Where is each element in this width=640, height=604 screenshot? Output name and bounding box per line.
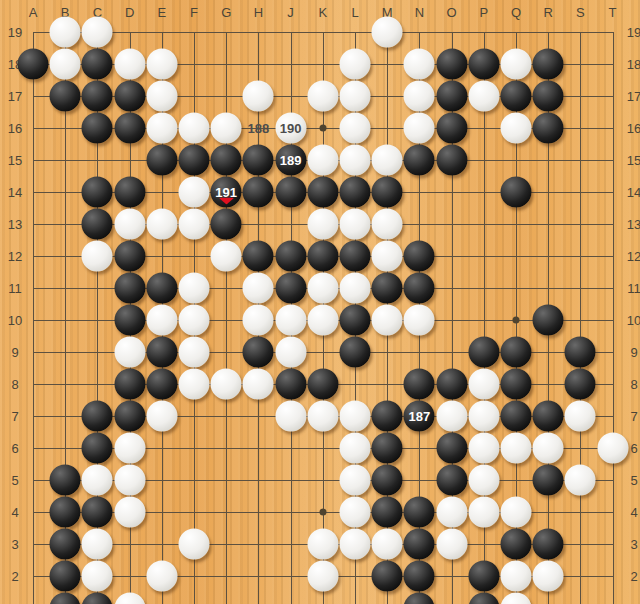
black-stone-E8[interactable] xyxy=(146,369,177,400)
black-stone-M5[interactable] xyxy=(372,465,403,496)
black-stone-Q7[interactable] xyxy=(501,401,532,432)
white-stone-N18[interactable] xyxy=(404,49,435,80)
black-stone-P9[interactable] xyxy=(468,337,499,368)
column-label: T xyxy=(609,6,617,19)
white-stone-H17[interactable] xyxy=(243,81,274,112)
white-stone-D13[interactable] xyxy=(114,209,145,240)
column-label: R xyxy=(543,6,552,19)
column-label: K xyxy=(318,6,327,19)
row-label-left: 8 xyxy=(11,378,18,391)
row-label-right: 18 xyxy=(627,58,640,71)
white-stone-L5[interactable] xyxy=(340,465,371,496)
white-stone-G16[interactable] xyxy=(211,113,242,144)
black-stone-C6[interactable] xyxy=(82,433,113,464)
white-stone-P7[interactable] xyxy=(468,401,499,432)
white-stone-K10[interactable] xyxy=(307,305,338,336)
black-stone-O5[interactable] xyxy=(436,465,467,496)
white-stone-T6[interactable] xyxy=(597,433,628,464)
white-stone-L7[interactable] xyxy=(340,401,371,432)
row-label-right: 16 xyxy=(627,122,640,135)
black-stone-C1[interactable] xyxy=(82,593,113,604)
white-stone-L11[interactable] xyxy=(340,273,371,304)
column-label: P xyxy=(479,6,488,19)
white-stone-P5[interactable] xyxy=(468,465,499,496)
white-stone-E7[interactable] xyxy=(146,401,177,432)
white-stone-L16[interactable] xyxy=(340,113,371,144)
black-stone-M4[interactable] xyxy=(372,497,403,528)
row-label-left: 14 xyxy=(8,186,22,199)
black-stone-B1[interactable] xyxy=(50,593,81,604)
black-stone-G15[interactable] xyxy=(211,145,242,176)
black-stone-G13[interactable] xyxy=(211,209,242,240)
white-stone-Q6[interactable] xyxy=(501,433,532,464)
row-label-right: 7 xyxy=(630,410,637,423)
black-stone-S9[interactable] xyxy=(565,337,596,368)
black-stone-L9[interactable] xyxy=(340,337,371,368)
white-stone-F13[interactable] xyxy=(179,209,210,240)
white-stone-F14[interactable] xyxy=(179,177,210,208)
black-stone-Q8[interactable] xyxy=(501,369,532,400)
white-stone-L15[interactable] xyxy=(340,145,371,176)
white-stone-K11[interactable] xyxy=(307,273,338,304)
black-stone-C14[interactable] xyxy=(82,177,113,208)
white-stone-S7[interactable] xyxy=(565,401,596,432)
white-stone-O4[interactable] xyxy=(436,497,467,528)
column-label: H xyxy=(254,6,263,19)
white-stone-F11[interactable] xyxy=(179,273,210,304)
white-stone-C2[interactable] xyxy=(82,561,113,592)
white-stone-R2[interactable] xyxy=(533,561,564,592)
black-stone-C16[interactable] xyxy=(82,113,113,144)
row-label-left: 3 xyxy=(11,538,18,551)
column-label: D xyxy=(125,6,134,19)
white-stone-G8[interactable] xyxy=(211,369,242,400)
column-label: E xyxy=(157,6,166,19)
black-stone-C13[interactable] xyxy=(82,209,113,240)
row-label-right: 13 xyxy=(627,218,640,231)
black-stone-P1[interactable] xyxy=(468,593,499,604)
white-stone-L18[interactable] xyxy=(340,49,371,80)
black-stone-N12[interactable] xyxy=(404,241,435,272)
column-label: S xyxy=(576,6,585,19)
white-stone-M3[interactable] xyxy=(372,529,403,560)
grid-vertical-line xyxy=(613,32,614,604)
black-stone-D10[interactable] xyxy=(114,305,145,336)
white-stone-Q4[interactable] xyxy=(501,497,532,528)
row-label-left: 11 xyxy=(8,282,22,295)
black-stone-M7[interactable] xyxy=(372,401,403,432)
black-stone-K12[interactable] xyxy=(307,241,338,272)
black-stone-R17[interactable] xyxy=(533,81,564,112)
white-stone-L13[interactable] xyxy=(340,209,371,240)
white-stone-O3[interactable] xyxy=(436,529,467,560)
black-stone-B3[interactable] xyxy=(50,529,81,560)
column-label: N xyxy=(415,6,424,19)
white-stone-D4[interactable] xyxy=(114,497,145,528)
white-stone-O7[interactable] xyxy=(436,401,467,432)
white-stone-E17[interactable] xyxy=(146,81,177,112)
white-stone-F16[interactable] xyxy=(179,113,210,144)
row-label-left: 17 xyxy=(8,90,22,103)
black-stone-D8[interactable] xyxy=(114,369,145,400)
white-stone-P17[interactable] xyxy=(468,81,499,112)
black-stone-R18[interactable] xyxy=(533,49,564,80)
row-label-right: 5 xyxy=(630,474,637,487)
white-stone-M10[interactable] xyxy=(372,305,403,336)
move-number-188: 188 xyxy=(248,122,270,135)
black-stone-B2[interactable] xyxy=(50,561,81,592)
row-label-left: 19 xyxy=(8,26,22,39)
white-stone-F3[interactable] xyxy=(179,529,210,560)
white-stone-J9[interactable] xyxy=(275,337,306,368)
white-stone-M15[interactable] xyxy=(372,145,403,176)
black-stone-D7[interactable] xyxy=(114,401,145,432)
black-stone-O15[interactable] xyxy=(436,145,467,176)
white-stone-K2[interactable] xyxy=(307,561,338,592)
row-label-right: 17 xyxy=(627,90,640,103)
move-number-190: 190 xyxy=(280,122,302,135)
black-stone-K8[interactable] xyxy=(307,369,338,400)
black-stone-N15[interactable] xyxy=(404,145,435,176)
white-stone-B19[interactable] xyxy=(50,17,81,48)
white-stone-P4[interactable] xyxy=(468,497,499,528)
black-stone-E15[interactable] xyxy=(146,145,177,176)
black-stone-R16[interactable] xyxy=(533,113,564,144)
black-stone-D17[interactable] xyxy=(114,81,145,112)
black-stone-M11[interactable] xyxy=(372,273,403,304)
black-stone-N4[interactable] xyxy=(404,497,435,528)
star-point xyxy=(513,317,520,324)
white-stone-P6[interactable] xyxy=(468,433,499,464)
white-stone-L17[interactable] xyxy=(340,81,371,112)
white-stone-D1[interactable] xyxy=(114,593,145,604)
black-stone-Q14[interactable] xyxy=(501,177,532,208)
white-stone-C19[interactable] xyxy=(82,17,113,48)
white-stone-K7[interactable] xyxy=(307,401,338,432)
star-point xyxy=(319,509,326,516)
black-stone-C17[interactable] xyxy=(82,81,113,112)
black-stone-K14[interactable] xyxy=(307,177,338,208)
white-stone-Q18[interactable] xyxy=(501,49,532,80)
white-stone-N16[interactable] xyxy=(404,113,435,144)
row-label-left: 7 xyxy=(11,410,18,423)
black-stone-C4[interactable] xyxy=(82,497,113,528)
black-stone-E9[interactable] xyxy=(146,337,177,368)
black-stone-Q17[interactable] xyxy=(501,81,532,112)
black-stone-C7[interactable] xyxy=(82,401,113,432)
black-stone-L12[interactable] xyxy=(340,241,371,272)
black-stone-R10[interactable] xyxy=(533,305,564,336)
black-stone-Q9[interactable] xyxy=(501,337,532,368)
white-stone-L4[interactable] xyxy=(340,497,371,528)
black-stone-J14[interactable] xyxy=(275,177,306,208)
white-stone-N17[interactable] xyxy=(404,81,435,112)
white-stone-Q16[interactable] xyxy=(501,113,532,144)
white-stone-M19[interactable] xyxy=(372,17,403,48)
column-label: O xyxy=(447,6,457,19)
row-label-right: 2 xyxy=(630,570,637,583)
black-stone-J11[interactable] xyxy=(275,273,306,304)
white-stone-J10[interactable] xyxy=(275,305,306,336)
black-stone-F15[interactable] xyxy=(179,145,210,176)
row-label-right: 6 xyxy=(630,442,637,455)
black-stone-H14[interactable] xyxy=(243,177,274,208)
white-stone-C12[interactable] xyxy=(82,241,113,272)
white-stone-D9[interactable] xyxy=(114,337,145,368)
white-stone-M12[interactable] xyxy=(372,241,403,272)
black-stone-E11[interactable] xyxy=(146,273,177,304)
white-stone-K17[interactable] xyxy=(307,81,338,112)
black-stone-C18[interactable] xyxy=(82,49,113,80)
white-stone-E10[interactable] xyxy=(146,305,177,336)
white-stone-L6[interactable] xyxy=(340,433,371,464)
row-label-right: 3 xyxy=(630,538,637,551)
white-stone-K13[interactable] xyxy=(307,209,338,240)
black-stone-H9[interactable] xyxy=(243,337,274,368)
black-stone-N8[interactable] xyxy=(404,369,435,400)
white-stone-D6[interactable] xyxy=(114,433,145,464)
white-stone-D18[interactable] xyxy=(114,49,145,80)
black-stone-M6[interactable] xyxy=(372,433,403,464)
black-stone-O17[interactable] xyxy=(436,81,467,112)
star-point xyxy=(319,125,326,132)
white-stone-H8[interactable] xyxy=(243,369,274,400)
black-stone-D11[interactable] xyxy=(114,273,145,304)
black-stone-H15[interactable] xyxy=(243,145,274,176)
black-stone-S8[interactable] xyxy=(565,369,596,400)
move-number-189: 189 xyxy=(280,154,302,167)
white-stone-B18[interactable] xyxy=(50,49,81,80)
column-label: L xyxy=(351,6,358,19)
black-stone-O8[interactable] xyxy=(436,369,467,400)
white-stone-F9[interactable] xyxy=(179,337,210,368)
row-label-left: 4 xyxy=(11,506,18,519)
black-stone-J8[interactable] xyxy=(275,369,306,400)
white-stone-C5[interactable] xyxy=(82,465,113,496)
row-label-left: 15 xyxy=(8,154,22,167)
white-stone-K3[interactable] xyxy=(307,529,338,560)
row-label-left: 13 xyxy=(8,218,22,231)
row-label-right: 8 xyxy=(630,378,637,391)
black-stone-N11[interactable] xyxy=(404,273,435,304)
column-label: J xyxy=(287,6,294,19)
black-stone-D16[interactable] xyxy=(114,113,145,144)
white-stone-S5[interactable] xyxy=(565,465,596,496)
black-stone-R3[interactable] xyxy=(533,529,564,560)
white-stone-C3[interactable] xyxy=(82,529,113,560)
move-number-191: 191 xyxy=(215,186,237,199)
row-label-left: 5 xyxy=(11,474,18,487)
black-stone-O6[interactable] xyxy=(436,433,467,464)
white-stone-H10[interactable] xyxy=(243,305,274,336)
row-label-left: 2 xyxy=(11,570,18,583)
white-stone-E16[interactable] xyxy=(146,113,177,144)
white-stone-E2[interactable] xyxy=(146,561,177,592)
black-stone-D14[interactable] xyxy=(114,177,145,208)
white-stone-D5[interactable] xyxy=(114,465,145,496)
white-stone-H11[interactable] xyxy=(243,273,274,304)
white-stone-L3[interactable] xyxy=(340,529,371,560)
row-label-left: 16 xyxy=(8,122,22,135)
white-stone-M13[interactable] xyxy=(372,209,403,240)
black-stone-J12[interactable] xyxy=(275,241,306,272)
row-label-left: 9 xyxy=(11,346,18,359)
black-stone-M2[interactable] xyxy=(372,561,403,592)
row-label-right: 15 xyxy=(627,154,640,167)
black-stone-P2[interactable] xyxy=(468,561,499,592)
white-stone-F8[interactable] xyxy=(179,369,210,400)
white-stone-P8[interactable] xyxy=(468,369,499,400)
black-stone-R5[interactable] xyxy=(533,465,564,496)
row-label-right: 14 xyxy=(627,186,640,199)
black-stone-O18[interactable] xyxy=(436,49,467,80)
black-stone-N2[interactable] xyxy=(404,561,435,592)
black-stone-O16[interactable] xyxy=(436,113,467,144)
black-stone-H12[interactable] xyxy=(243,241,274,272)
white-stone-G12[interactable] xyxy=(211,241,242,272)
white-stone-F10[interactable] xyxy=(179,305,210,336)
white-stone-K15[interactable] xyxy=(307,145,338,176)
black-stone-M14[interactable] xyxy=(372,177,403,208)
grid-vertical-line xyxy=(33,32,34,604)
white-stone-N10[interactable] xyxy=(404,305,435,336)
black-stone-B4[interactable] xyxy=(50,497,81,528)
row-label-right: 9 xyxy=(630,346,637,359)
white-stone-E18[interactable] xyxy=(146,49,177,80)
black-stone-B17[interactable] xyxy=(50,81,81,112)
black-stone-L14[interactable] xyxy=(340,177,371,208)
black-stone-N1[interactable] xyxy=(404,593,435,604)
row-label-right: 12 xyxy=(627,250,640,263)
black-stone-A18[interactable] xyxy=(18,49,49,80)
row-label-left: 6 xyxy=(11,442,18,455)
black-stone-R7[interactable] xyxy=(533,401,564,432)
black-stone-Q3[interactable] xyxy=(501,529,532,560)
black-stone-N3[interactable] xyxy=(404,529,435,560)
row-label-right: 10 xyxy=(627,314,640,327)
white-stone-J7[interactable] xyxy=(275,401,306,432)
row-label-left: 12 xyxy=(8,250,22,263)
column-label: F xyxy=(190,6,198,19)
grid-vertical-line xyxy=(580,32,581,604)
white-stone-Q2[interactable] xyxy=(501,561,532,592)
column-label: G xyxy=(221,6,231,19)
column-label: Q xyxy=(511,6,521,19)
row-label-left: 10 xyxy=(8,314,22,327)
move-number-187: 187 xyxy=(409,410,431,423)
column-label: A xyxy=(29,6,38,19)
black-stone-D12[interactable] xyxy=(114,241,145,272)
black-stone-P18[interactable] xyxy=(468,49,499,80)
white-stone-E13[interactable] xyxy=(146,209,177,240)
go-board-app: ABCDEFGHJKLMNOPQRST191817161514131211109… xyxy=(0,0,640,604)
row-label-right: 11 xyxy=(627,282,640,295)
white-stone-R6[interactable] xyxy=(533,433,564,464)
black-stone-L10[interactable] xyxy=(340,305,371,336)
row-label-right: 4 xyxy=(630,506,637,519)
black-stone-B5[interactable] xyxy=(50,465,81,496)
row-label-right: 19 xyxy=(627,26,640,39)
white-stone-Q1[interactable] xyxy=(501,593,532,604)
